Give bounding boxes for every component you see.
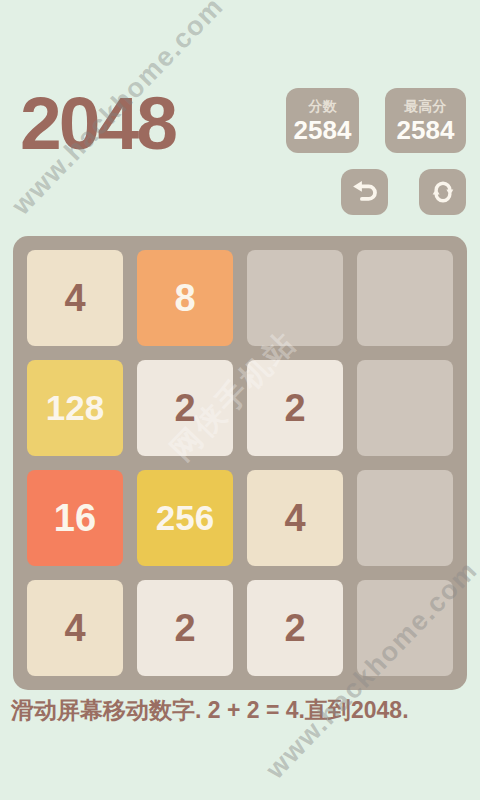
game-screen: 2048 分数 2584 最高分 2584 4 8 12 (0, 0, 480, 800)
tile-r0c2 (247, 250, 343, 346)
tile-r1c2: 2 (247, 360, 343, 456)
game-title: 2048 (20, 86, 175, 161)
tile-r3c2: 2 (247, 580, 343, 676)
tile-r2c3 (357, 470, 453, 566)
tile-r3c0: 4 (27, 580, 123, 676)
tile-r0c3 (357, 250, 453, 346)
tile-r3c1: 2 (137, 580, 233, 676)
score-label: 分数 (309, 97, 337, 115)
best-score-box: 最高分 2584 (385, 88, 466, 153)
tile-r2c1: 256 (137, 470, 233, 566)
tile-r2c0: 16 (27, 470, 123, 566)
best-score-value: 2584 (397, 115, 455, 145)
tile-r2c2: 4 (247, 470, 343, 566)
score-box: 分数 2584 (286, 88, 359, 153)
score-value: 2584 (294, 115, 352, 145)
tile-r1c3 (357, 360, 453, 456)
tile-r1c0: 128 (27, 360, 123, 456)
tile-r0c0: 4 (27, 250, 123, 346)
game-board[interactable]: 4 8 128 2 2 16 256 4 4 2 2 (13, 236, 467, 690)
best-score-label: 最高分 (405, 97, 447, 115)
restart-button[interactable] (419, 169, 466, 215)
undo-button[interactable] (341, 169, 388, 215)
tile-r0c1: 8 (137, 250, 233, 346)
tile-r3c3 (357, 580, 453, 676)
tile-r1c1: 2 (137, 360, 233, 456)
undo-icon (350, 177, 380, 207)
instructions-text: 滑动屏幕移动数字. 2 + 2 = 4.直到2048. (11, 696, 473, 724)
refresh-icon (428, 177, 458, 207)
